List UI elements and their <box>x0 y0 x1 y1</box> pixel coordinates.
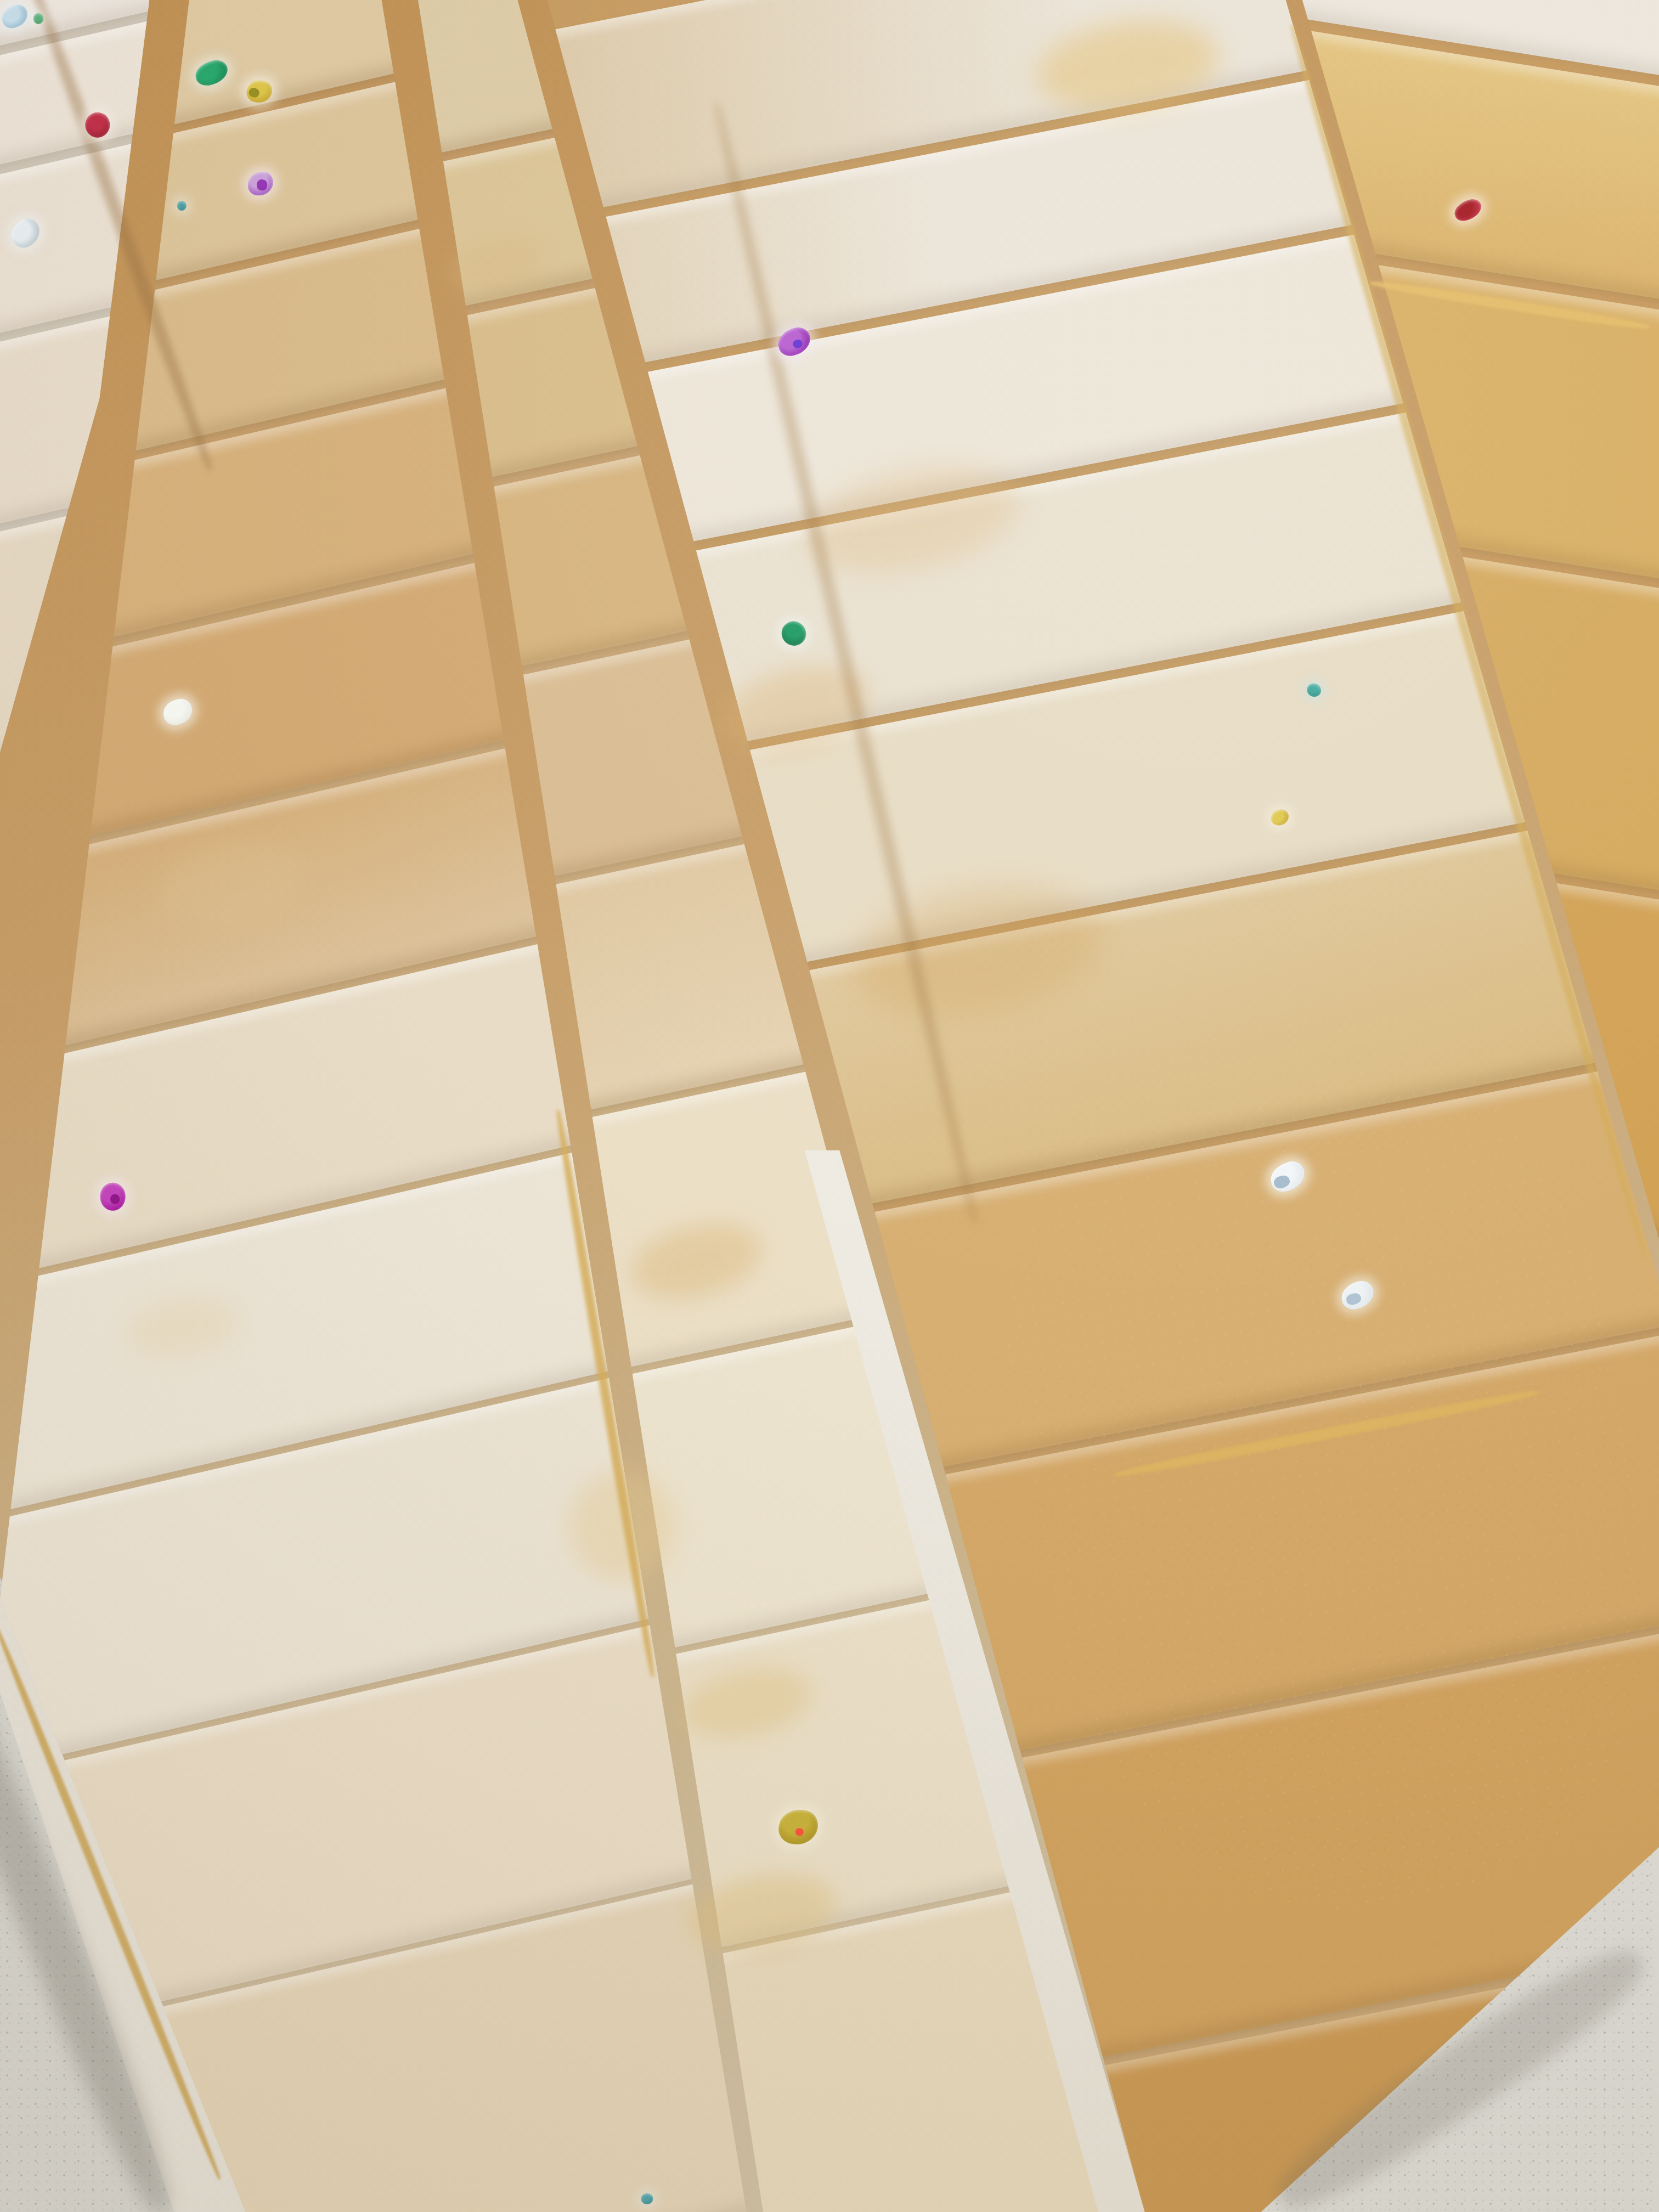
sequin-white-left <box>161 698 194 727</box>
fleck-teal-bottom <box>641 2193 653 2204</box>
wax-melt-snap-bars-photo <box>0 0 1659 2212</box>
sequin-gold-leaf-top-facet <box>247 87 260 99</box>
sequin-red-left <box>83 110 112 140</box>
sequin-purple-leaf-top <box>246 170 274 198</box>
sequin-silver-leaf-right-1-facet <box>1272 1174 1291 1190</box>
fleck-green-top-left-face <box>33 13 43 24</box>
fleck-teal-left-face <box>177 201 187 211</box>
sequin-violet-leaf-center-facet <box>792 338 803 348</box>
sequin-purple-leaf-top-face <box>246 170 274 198</box>
sequin-purple-leaf-top-facet <box>256 179 268 191</box>
sequin-magenta-left-facet <box>110 1194 120 1204</box>
sequin-red-left-face <box>83 110 112 140</box>
sequin-magenta-left-face <box>100 1183 126 1210</box>
sequin-gold-olive-bottom-facet <box>794 1828 804 1837</box>
fleck-teal-bottom-face <box>641 2193 653 2204</box>
sequin-white-left-face <box>161 698 194 727</box>
sequin-magenta-left <box>100 1183 126 1210</box>
fleck-teal-left <box>177 201 187 211</box>
sequin-silver-leaf-right-2-facet <box>1345 1291 1362 1306</box>
fleck-green-top-left <box>33 13 43 24</box>
